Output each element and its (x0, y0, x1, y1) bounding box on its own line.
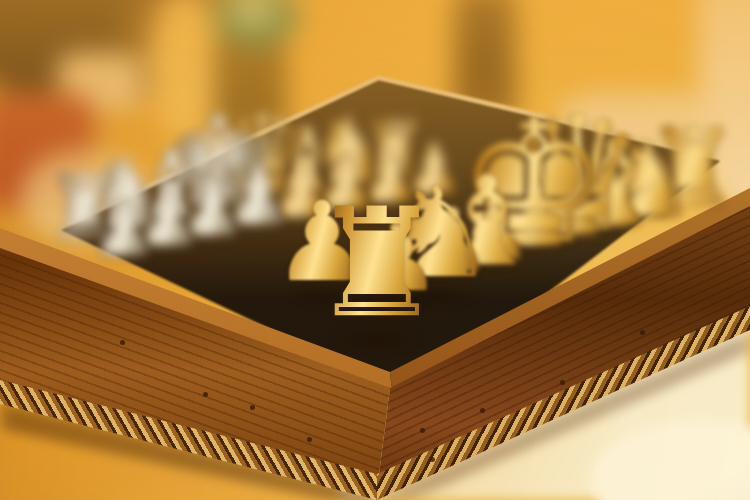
chess-photo-scene: ♜♟♞♟♝♟♚♟♛♟♝♟♞♟♜♟♜♟♞♟♝♟♚♟♛♟♝♟♞♟♜♟ (0, 0, 750, 500)
pieces-layer: ♜♟♞♟♝♟♚♟♛♟♝♟♞♟♜♟♜♟♞♟♝♟♚♟♛♟♝♟♞♟♜♟ (0, 0, 750, 500)
black-pawn-h7[interactable]: ♟ (90, 191, 158, 267)
white-rook-h1[interactable]: ♜ (310, 188, 444, 338)
